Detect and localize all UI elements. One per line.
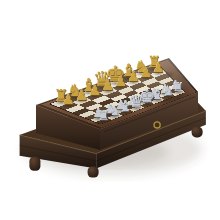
piece-shadow-d1: [130, 106, 143, 111]
pieces-layer: ♜♞♝♛♚♝♞♜♟♟♟♟♟♟♟♟♟♟♟♟♟♟♟♟♜♞♝♛♚♝♞♜: [0, 0, 220, 220]
piece-shadow-e7: [114, 85, 127, 90]
piece-shadow-c7: [88, 94, 101, 99]
piece-shadow-f1: [151, 98, 164, 103]
piece-shadow-f7: [127, 80, 140, 85]
piece-shadow-e1: [141, 102, 154, 107]
piece-shadow-b1: [108, 114, 121, 119]
piece-shadow-b7: [75, 99, 88, 104]
piece-shadow-h1: [172, 90, 185, 95]
piece-shadow-g7: [140, 76, 153, 81]
piece-shadow-a7: [62, 103, 75, 108]
piece-shadow-g1: [162, 94, 175, 99]
piece-shadow-c1: [119, 110, 132, 115]
piece-shadow-d7: [102, 89, 115, 94]
chess-set-photo: ♜♞♝♛♚♝♞♜♟♟♟♟♟♟♟♟♟♟♟♟♟♟♟♟♜♞♝♛♚♝♞♜: [0, 0, 220, 220]
piece-shadow-h7: [152, 71, 165, 76]
piece-shadow-a1: [97, 118, 110, 123]
